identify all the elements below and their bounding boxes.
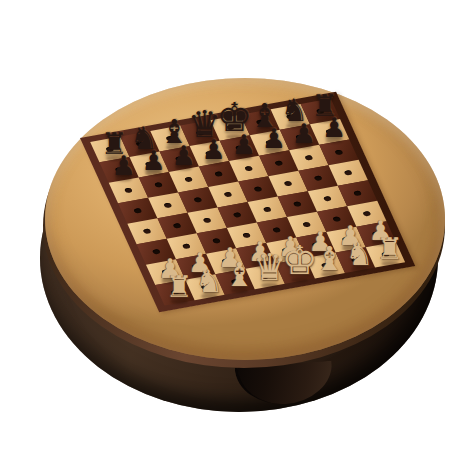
peg-hole [314, 175, 323, 181]
black-pawn[interactable]: ♟ [288, 116, 319, 147]
black-pawn[interactable]: ♟ [168, 138, 199, 169]
peg-hole [263, 207, 272, 213]
peg-hole [193, 197, 202, 203]
peg-hole [203, 217, 212, 223]
peg-hole [244, 166, 253, 172]
peg-hole [323, 196, 332, 202]
white-bishop[interactable]: ♝ [224, 260, 255, 291]
black-pawn[interactable]: ♟ [138, 143, 169, 174]
white-queen[interactable]: ♛ [254, 255, 285, 286]
peg-hole [184, 177, 193, 183]
peg-hole [334, 149, 343, 155]
peg-hole [274, 160, 283, 166]
peg-hole [154, 182, 163, 188]
peg-hole [304, 155, 313, 161]
peg-hole [254, 186, 263, 192]
peg-hole [214, 171, 223, 177]
black-pawn[interactable]: ♟ [228, 127, 259, 158]
black-pawn[interactable]: ♟ [258, 121, 289, 152]
black-pawn[interactable]: ♟ [318, 110, 349, 141]
white-knight[interactable]: ♞ [344, 239, 375, 270]
white-knight[interactable]: ♞ [194, 266, 225, 297]
peg-hole [233, 212, 242, 218]
peg-hole [224, 192, 233, 198]
peg-hole [163, 202, 172, 208]
white-bishop[interactable]: ♝ [314, 244, 345, 275]
photo-scene: ♜♞♝♛♚♝♞♜♟♟♟♟♟♟♟♟♟♟♟♟♟♟♟♟♜♞♝♛♚♝♞♜ [0, 0, 474, 474]
square-e1[interactable]: ♚ [276, 258, 315, 284]
peg-hole [284, 181, 293, 187]
white-king[interactable]: ♚ [284, 249, 315, 280]
peg-hole [344, 170, 353, 176]
white-rook[interactable]: ♜ [374, 233, 405, 264]
peg-hole [353, 190, 362, 196]
peg-hole [143, 228, 152, 234]
peg-hole [133, 208, 142, 214]
black-pawn[interactable]: ♟ [108, 148, 139, 179]
peg-hole [293, 201, 302, 207]
black-pawn[interactable]: ♟ [198, 132, 229, 163]
peg-hole [173, 223, 182, 229]
peg-hole [124, 187, 133, 193]
white-rook[interactable]: ♜ [164, 271, 195, 302]
